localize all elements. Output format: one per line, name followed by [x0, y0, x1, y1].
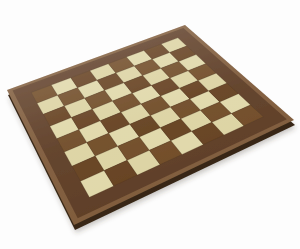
chessboard	[0, 0, 300, 249]
photo-stage	[0, 0, 300, 249]
